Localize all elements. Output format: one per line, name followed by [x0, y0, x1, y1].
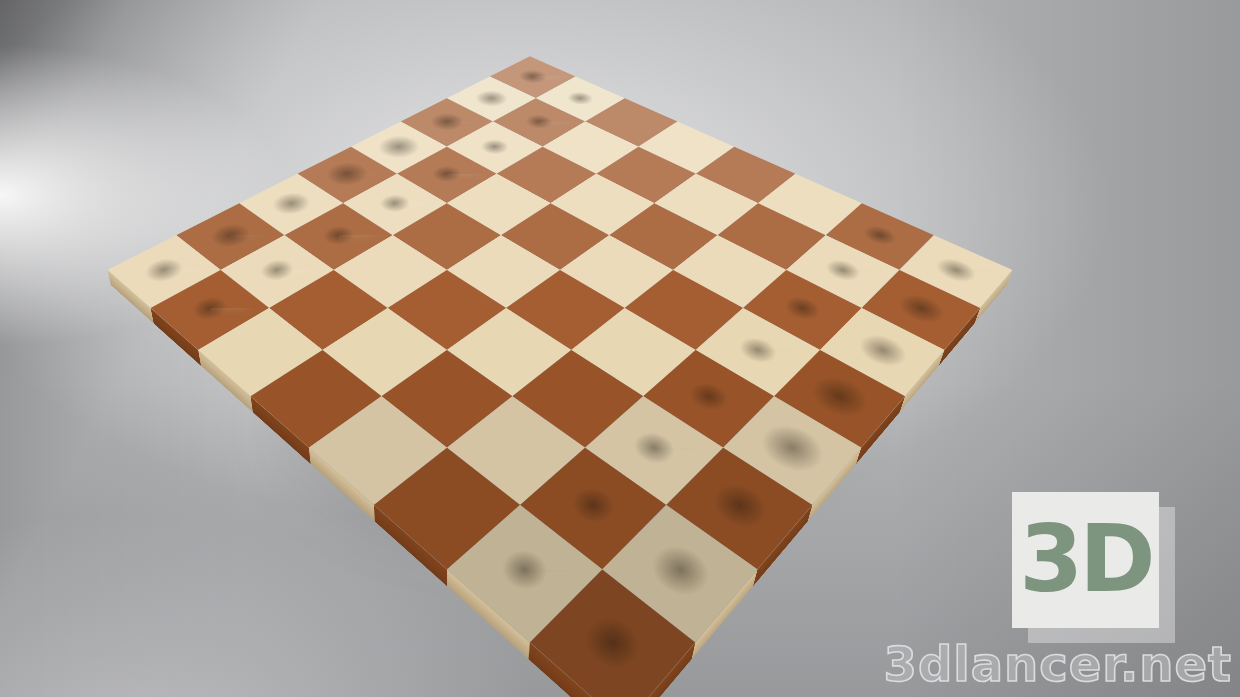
scene-background: ♜♟♞♟♝♟♚♟♛♟♝♟♟♞♜♟♟♜♞♟♟♝♟♛♟♚♟♝♟♞♟♜ 3D 3dla… — [0, 0, 1240, 697]
watermark-logo: 3D — [1012, 492, 1159, 628]
watermark-logo-text: 3D — [1019, 514, 1151, 606]
white-pawn-glyph: ♟ — [155, 194, 266, 318]
black-rook-glyph: ♜ — [526, 465, 699, 658]
watermark-site-text: 3dlancer.net — [883, 633, 1232, 695]
chess-board: ♜♟♞♟♝♟♚♟♛♟♝♟♟♞♜♟♟♜♞♟♟♝♟♛♟♚♟♝♟♞♟♜ — [107, 56, 1012, 697]
